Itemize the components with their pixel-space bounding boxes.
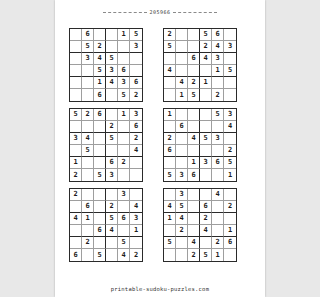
sudoku-cell: 2 [130, 133, 142, 145]
sudoku-cell: 1 [118, 109, 130, 121]
sudoku-cell [106, 109, 118, 121]
sudoku-cell: 2 [130, 249, 142, 261]
sudoku-cell [164, 157, 176, 169]
sudoku-cell [82, 65, 94, 77]
sudoku-cell: 6 [130, 121, 142, 133]
sudoku-cell: 6 [94, 225, 106, 237]
sudoku-cell: 2 [70, 189, 82, 201]
sudoku-cell: 5 [106, 53, 118, 65]
sudoku-cell: 3 [224, 109, 236, 121]
sudoku-cell: 3 [130, 41, 142, 53]
sudoku-cell: 5 [70, 109, 82, 121]
sudoku-cell [176, 237, 188, 249]
sudoku-cell: 1 [188, 157, 200, 169]
sudoku-cell [130, 53, 142, 65]
sudoku-cell [94, 237, 106, 249]
sudoku-cell [118, 201, 130, 213]
sudoku-cell: 5 [118, 237, 130, 249]
sudoku-cell [188, 121, 200, 133]
sudoku-cell [200, 121, 212, 133]
sudoku-cell [164, 89, 176, 101]
sudoku-cell [224, 133, 236, 145]
sudoku-cell [118, 133, 130, 145]
sudoku-cell [118, 145, 130, 157]
sudoku-cell [94, 145, 106, 157]
sudoku-cell: 4 [200, 225, 212, 237]
sudoku-cell [70, 121, 82, 133]
sudoku-cell [130, 189, 142, 201]
sudoku-cell [176, 249, 188, 261]
sudoku-cell [188, 65, 200, 77]
sudoku-cell [212, 225, 224, 237]
sudoku-cell [188, 213, 200, 225]
sudoku-cell: 2 [82, 109, 94, 121]
sudoku-cell: 6 [176, 121, 188, 133]
sudoku-cell [176, 157, 188, 169]
sudoku-cell [70, 77, 82, 89]
sudoku-cell: 3 [224, 41, 236, 53]
sudoku-cell [82, 249, 94, 261]
sudoku-cell [70, 237, 82, 249]
sudoku-cell: 1 [212, 65, 224, 77]
sudoku-cell [164, 189, 176, 201]
sudoku-cell [164, 225, 176, 237]
sudoku-cell: 2 [188, 77, 200, 89]
sudoku-cell: 4 [94, 53, 106, 65]
sudoku-cell: 4 [188, 133, 200, 145]
sudoku-cell: 5 [164, 237, 176, 249]
sudoku-cell [224, 53, 236, 65]
sudoku-cell: 5 [200, 249, 212, 261]
sudoku-cell: 2 [82, 237, 94, 249]
sudoku-cell: 5 [200, 133, 212, 145]
sudoku-cell: 2 [164, 133, 176, 145]
sudoku-cell [106, 189, 118, 201]
sudoku-cell [118, 41, 130, 53]
sudoku-cell [212, 145, 224, 157]
sudoku-cell [70, 65, 82, 77]
sudoku-cell: 3 [106, 169, 118, 181]
sudoku-cell [164, 77, 176, 89]
sudoku-cell: 6 [224, 237, 236, 249]
sudoku-cell: 6 [94, 109, 106, 121]
sudoku-cell: 4 [212, 189, 224, 201]
sudoku-cell [106, 145, 118, 157]
sudoku-cell [224, 213, 236, 225]
sudoku-cell: 2 [106, 121, 118, 133]
sudoku-cell: 5 [94, 169, 106, 181]
sudoku-cell [94, 201, 106, 213]
sudoku-grid-5: 2362441563641256542 [69, 188, 143, 262]
sudoku-cell [94, 189, 106, 201]
sudoku-cell [106, 29, 118, 41]
sudoku-cell: 6 [118, 213, 130, 225]
sudoku-cell [224, 249, 236, 261]
sudoku-grid-3: 5261326345254162253 [69, 108, 143, 182]
sudoku-cell [200, 145, 212, 157]
sudoku-cell [188, 201, 200, 213]
sudoku-cell [176, 29, 188, 41]
sudoku-cell [200, 65, 212, 77]
sudoku-cell [164, 249, 176, 261]
sudoku-cell [224, 189, 236, 201]
sudoku-cell: 1 [130, 225, 142, 237]
sudoku-cell: 2 [212, 237, 224, 249]
sudoku-cell [188, 109, 200, 121]
sudoku-cell: 2 [200, 213, 212, 225]
sudoku-cell [188, 225, 200, 237]
sudoku-cell: 1 [200, 77, 212, 89]
sudoku-cell [212, 213, 224, 225]
sudoku-cell: 5 [224, 157, 236, 169]
sudoku-cell [94, 133, 106, 145]
sudoku-cell: 3 [130, 109, 142, 121]
sudoku-cell: 1 [176, 89, 188, 101]
sudoku-cell: 2 [106, 201, 118, 213]
sudoku-cell [200, 89, 212, 101]
sudoku-cell [82, 157, 94, 169]
sudoku-cell [176, 53, 188, 65]
sudoku-cell [164, 53, 176, 65]
sudoku-cell: 3 [212, 53, 224, 65]
sudoku-cell [188, 41, 200, 53]
sudoku-cell [212, 201, 224, 213]
sudoku-cell: 1 [224, 225, 236, 237]
sudoku-cell [70, 29, 82, 41]
sudoku-cell: 5 [164, 41, 176, 53]
header-id-text: 205966 [149, 10, 170, 15]
sudoku-cell [70, 53, 82, 65]
sudoku-cell [70, 145, 82, 157]
sudoku-cell [224, 29, 236, 41]
sudoku-grid-6: 3445621422415426251 [163, 188, 237, 262]
sudoku-cell: 5 [188, 89, 200, 101]
sudoku-cell: 3 [118, 189, 130, 201]
sudoku-cell [224, 77, 236, 89]
sudoku-cell [82, 89, 94, 101]
sudoku-cell: 6 [212, 29, 224, 41]
sudoku-cell: 6 [70, 249, 82, 261]
sudoku-cell [212, 77, 224, 89]
sudoku-grid-1: 6155233455361436652 [69, 28, 143, 102]
sudoku-cell: 5 [94, 249, 106, 261]
sudoku-cell [200, 109, 212, 121]
sudoku-cell [200, 169, 212, 181]
sudoku-cell: 5 [130, 29, 142, 41]
sudoku-cell: 2 [70, 169, 82, 181]
sudoku-cell: 4 [118, 249, 130, 261]
sudoku-cell: 2 [212, 89, 224, 101]
sudoku-cell: 4 [70, 213, 82, 225]
sudoku-cell: 2 [130, 89, 142, 101]
sudoku-cell: 2 [224, 201, 236, 213]
sudoku-cell [118, 121, 130, 133]
sudoku-cell [224, 89, 236, 101]
sudoku-cell: 2 [176, 225, 188, 237]
sudoku-cell [82, 225, 94, 237]
sudoku-cell: 5 [118, 89, 130, 101]
sudoku-cell: 5 [106, 213, 118, 225]
sudoku-cell [106, 41, 118, 53]
sudoku-cell: 1 [70, 157, 82, 169]
sudoku-cell: 4 [212, 41, 224, 53]
sudoku-cell [82, 189, 94, 201]
sudoku-cell: 3 [82, 53, 94, 65]
sudoku-cell [94, 157, 106, 169]
sudoku-cell: 1 [224, 169, 236, 181]
sudoku-cell [200, 189, 212, 201]
sudoku-cell [106, 237, 118, 249]
sudoku-cell: 6 [118, 65, 130, 77]
sudoku-cell: 6 [82, 201, 94, 213]
sudoku-cell [130, 169, 142, 181]
sudoku-cell: 3 [176, 169, 188, 181]
sudoku-cell: 1 [164, 213, 176, 225]
sudoku-cell [130, 65, 142, 77]
sudoku-cell: 5 [212, 109, 224, 121]
sudoku-cell: 5 [224, 65, 236, 77]
sudoku-cell [118, 169, 130, 181]
sudoku-cell [212, 121, 224, 133]
sudoku-cell: 6 [164, 145, 176, 157]
sudoku-cell: 2 [164, 29, 176, 41]
sudoku-cell: 2 [200, 41, 212, 53]
sudoku-cell: 4 [200, 53, 212, 65]
sudoku-cell [188, 29, 200, 41]
sudoku-cell: 6 [212, 157, 224, 169]
sudoku-cell: 6 [188, 53, 200, 65]
sudoku-cell: 4 [106, 225, 118, 237]
sudoku-cell: 3 [200, 157, 212, 169]
sudoku-cell: 5 [106, 133, 118, 145]
sudoku-cell [164, 121, 176, 133]
sudoku-cell: 4 [106, 77, 118, 89]
sudoku-cell: 5 [164, 169, 176, 181]
sudoku-cell: 4 [176, 213, 188, 225]
sudoku-cell [70, 41, 82, 53]
sudoku-cell [82, 77, 94, 89]
header-dash-right [173, 12, 217, 13]
sudoku-cell: 1 [212, 249, 224, 261]
sudoku-cell: 4 [82, 133, 94, 145]
sudoku-cell [70, 89, 82, 101]
sudoku-cell [212, 169, 224, 181]
puzzle-grid-area: 6155233455361436652 2565243643415421152 … [69, 28, 237, 262]
sudoku-cell [106, 249, 118, 261]
sudoku-cell [176, 109, 188, 121]
sudoku-cell: 6 [188, 169, 200, 181]
sudoku-cell: 3 [130, 213, 142, 225]
sudoku-cell [94, 213, 106, 225]
sudoku-cell [70, 201, 82, 213]
sudoku-cell: 3 [106, 65, 118, 77]
sudoku-cell [130, 157, 142, 169]
footer-url: printable-sudoku-puzzles.com [55, 286, 265, 292]
sudoku-cell: 4 [188, 237, 200, 249]
sudoku-cell [106, 89, 118, 101]
sudoku-cell: 4 [164, 65, 176, 77]
sudoku-grid-4: 1536424536213655361 [163, 108, 237, 182]
sudoku-cell: 3 [176, 189, 188, 201]
sudoku-cell [94, 121, 106, 133]
header-dash-left [103, 12, 147, 13]
sudoku-cell: 4 [224, 121, 236, 133]
sudoku-cell: 4 [176, 77, 188, 89]
sudoku-cell: 6 [82, 29, 94, 41]
sudoku-cell: 2 [188, 249, 200, 261]
sudoku-cell [200, 237, 212, 249]
sudoku-cell: 3 [70, 133, 82, 145]
sudoku-grid-2: 2565243643415421152 [163, 28, 237, 102]
sudoku-cell: 4 [130, 145, 142, 157]
sudoku-cell: 2 [118, 157, 130, 169]
sudoku-cell [118, 53, 130, 65]
sudoku-cell [82, 169, 94, 181]
sudoku-cell: 1 [82, 213, 94, 225]
sudoku-cell: 5 [94, 65, 106, 77]
sudoku-cell [94, 29, 106, 41]
sudoku-cell: 1 [118, 29, 130, 41]
sudoku-cell: 4 [130, 201, 142, 213]
sudoku-cell: 3 [212, 133, 224, 145]
sudoku-cell: 1 [94, 77, 106, 89]
sudoku-cell: 6 [130, 77, 142, 89]
sudoku-cell [188, 189, 200, 201]
sudoku-cell: 6 [200, 201, 212, 213]
sudoku-cell [176, 133, 188, 145]
sudoku-cell: 2 [94, 41, 106, 53]
sudoku-cell [130, 237, 142, 249]
sudoku-cell: 4 [164, 201, 176, 213]
sudoku-cell [70, 225, 82, 237]
sudoku-cell: 2 [224, 145, 236, 157]
sudoku-cell: 5 [176, 201, 188, 213]
sudoku-cell: 6 [94, 89, 106, 101]
sudoku-cell [82, 121, 94, 133]
sudoku-cell: 6 [106, 157, 118, 169]
sudoku-cell [176, 41, 188, 53]
page-header: 205966 [103, 10, 217, 15]
sudoku-cell: 1 [164, 109, 176, 121]
sudoku-cell [188, 145, 200, 157]
sudoku-cell: 3 [118, 77, 130, 89]
printable-sudoku-sheet: 205966 6155233455361436652 2565243643415… [55, 0, 265, 297]
sudoku-cell [176, 145, 188, 157]
sudoku-cell [176, 65, 188, 77]
sudoku-cell: 5 [82, 41, 94, 53]
sudoku-cell: 5 [200, 29, 212, 41]
sudoku-cell: 5 [82, 145, 94, 157]
sudoku-cell [118, 225, 130, 237]
